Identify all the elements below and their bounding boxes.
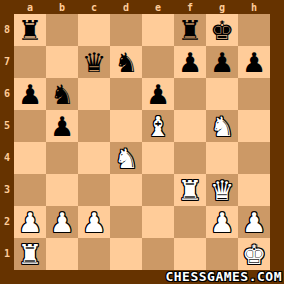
square-g1[interactable]	[206, 238, 238, 270]
square-b3[interactable]	[46, 174, 78, 206]
square-c2[interactable]: ♟	[78, 206, 110, 238]
white-rook: ♜	[18, 241, 42, 268]
rank-label-4: 4	[0, 142, 14, 174]
white-pawn: ♟	[242, 209, 266, 236]
watermark: CHESSGAMES.COM	[165, 270, 282, 284]
square-e1[interactable]	[142, 238, 174, 270]
square-g6[interactable]	[206, 78, 238, 110]
black-king: ♚	[210, 17, 234, 44]
square-b4[interactable]	[46, 142, 78, 174]
square-e4[interactable]	[142, 142, 174, 174]
square-e8[interactable]	[142, 14, 174, 46]
square-c4[interactable]	[78, 142, 110, 174]
square-h7[interactable]: ♟	[238, 46, 270, 78]
square-d1[interactable]	[110, 238, 142, 270]
square-h3[interactable]	[238, 174, 270, 206]
square-c6[interactable]	[78, 78, 110, 110]
black-pawn: ♟	[210, 49, 234, 76]
black-pawn: ♟	[242, 49, 266, 76]
rank-label-8: 8	[0, 14, 14, 46]
square-b6[interactable]: ♞	[46, 78, 78, 110]
square-a8[interactable]: ♜	[14, 14, 46, 46]
white-knight: ♞	[210, 113, 234, 140]
square-b2[interactable]: ♟	[46, 206, 78, 238]
square-d4[interactable]: ♞	[110, 142, 142, 174]
square-e2[interactable]	[142, 206, 174, 238]
square-a4[interactable]	[14, 142, 46, 174]
square-h5[interactable]	[238, 110, 270, 142]
file-label-b: b	[46, 0, 78, 15]
square-f1[interactable]	[174, 238, 206, 270]
square-a2[interactable]: ♟	[14, 206, 46, 238]
square-a3[interactable]	[14, 174, 46, 206]
white-pawn: ♟	[18, 209, 42, 236]
square-h1[interactable]: ♚	[238, 238, 270, 270]
rank-label-1: 1	[0, 238, 14, 270]
file-label-h: h	[238, 0, 270, 15]
square-f3[interactable]: ♜	[174, 174, 206, 206]
square-d3[interactable]	[110, 174, 142, 206]
square-d7[interactable]: ♞	[110, 46, 142, 78]
white-bishop: ♝	[146, 113, 170, 140]
square-f7[interactable]: ♟	[174, 46, 206, 78]
white-queen: ♛	[210, 177, 234, 204]
square-c5[interactable]	[78, 110, 110, 142]
square-h4[interactable]	[238, 142, 270, 174]
rank-label-7: 7	[0, 46, 14, 78]
square-f4[interactable]	[174, 142, 206, 174]
square-a7[interactable]	[14, 46, 46, 78]
square-b7[interactable]	[46, 46, 78, 78]
square-g5[interactable]: ♞	[206, 110, 238, 142]
black-pawn: ♟	[146, 81, 170, 108]
rank-label-3: 3	[0, 174, 14, 206]
square-c7[interactable]: ♛	[78, 46, 110, 78]
file-label-f: f	[174, 0, 206, 15]
square-a6[interactable]: ♟	[14, 78, 46, 110]
black-rook: ♜	[18, 17, 42, 44]
black-rook: ♜	[178, 17, 202, 44]
square-d2[interactable]	[110, 206, 142, 238]
rank-label-6: 6	[0, 78, 14, 110]
chess-board: ♜♜♚♛♞♟♟♟♟♞♟♟♝♞♞♜♛♟♟♟♟♟♜♚	[14, 14, 270, 270]
black-knight: ♞	[114, 49, 138, 76]
black-pawn: ♟	[178, 49, 202, 76]
black-knight: ♞	[50, 81, 74, 108]
black-pawn: ♟	[50, 113, 74, 140]
black-pawn: ♟	[18, 81, 42, 108]
square-b8[interactable]	[46, 14, 78, 46]
square-g4[interactable]	[206, 142, 238, 174]
square-h8[interactable]	[238, 14, 270, 46]
square-d6[interactable]	[110, 78, 142, 110]
square-f8[interactable]: ♜	[174, 14, 206, 46]
white-pawn: ♟	[82, 209, 106, 236]
square-b1[interactable]	[46, 238, 78, 270]
white-pawn: ♟	[50, 209, 74, 236]
square-h2[interactable]: ♟	[238, 206, 270, 238]
file-label-g: g	[206, 0, 238, 15]
square-a1[interactable]: ♜	[14, 238, 46, 270]
square-e5[interactable]: ♝	[142, 110, 174, 142]
square-e3[interactable]	[142, 174, 174, 206]
white-pawn: ♟	[210, 209, 234, 236]
white-knight: ♞	[114, 145, 138, 172]
square-g7[interactable]: ♟	[206, 46, 238, 78]
file-label-a: a	[14, 0, 46, 15]
black-queen: ♛	[82, 49, 106, 76]
square-e6[interactable]: ♟	[142, 78, 174, 110]
square-f5[interactable]	[174, 110, 206, 142]
square-g3[interactable]: ♛	[206, 174, 238, 206]
file-label-e: e	[142, 0, 174, 15]
square-a5[interactable]	[14, 110, 46, 142]
square-c3[interactable]	[78, 174, 110, 206]
rank-label-2: 2	[0, 206, 14, 238]
file-labels: abcdefgh	[14, 0, 270, 14]
file-label-d: d	[110, 0, 142, 15]
square-d5[interactable]	[110, 110, 142, 142]
file-label-c: c	[78, 0, 110, 15]
square-c8[interactable]	[78, 14, 110, 46]
square-g2[interactable]: ♟	[206, 206, 238, 238]
square-e7[interactable]	[142, 46, 174, 78]
rank-label-5: 5	[0, 110, 14, 142]
white-king: ♚	[242, 241, 266, 268]
square-f2[interactable]	[174, 206, 206, 238]
square-d8[interactable]	[110, 14, 142, 46]
square-g8[interactable]: ♚	[206, 14, 238, 46]
square-h6[interactable]	[238, 78, 270, 110]
square-c1[interactable]	[78, 238, 110, 270]
square-f6[interactable]	[174, 78, 206, 110]
rank-labels: 87654321	[0, 14, 14, 270]
white-rook: ♜	[178, 177, 202, 204]
chessboard-frame: abcdefgh 87654321 ♜♜♚♛♞♟♟♟♟♞♟♟♝♞♞♜♛♟♟♟♟♟…	[0, 0, 284, 284]
square-b5[interactable]: ♟	[46, 110, 78, 142]
